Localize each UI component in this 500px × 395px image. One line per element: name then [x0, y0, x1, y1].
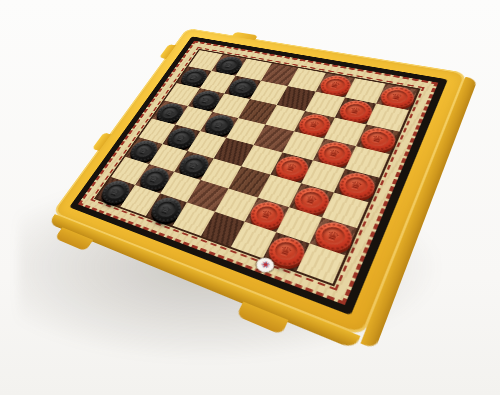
frame-clip-icon: [232, 32, 258, 40]
star-glyph-red: ✶: [258, 258, 273, 271]
checkers-board: ♛♛♛♛♛♛♛♛♛♛♛♛♛♛♛♛♛♛♛♛♛♛♛♛: [96, 50, 418, 284]
product-photo-background: ♛♛♛♛♛♛♛♛♛♛♛♛♛♛♛♛♛♛♛♛♛♛♛♛ ✶ ✶: [0, 0, 500, 395]
frame-clip-icon: [92, 133, 111, 152]
frame-clip-icon: [159, 44, 176, 59]
